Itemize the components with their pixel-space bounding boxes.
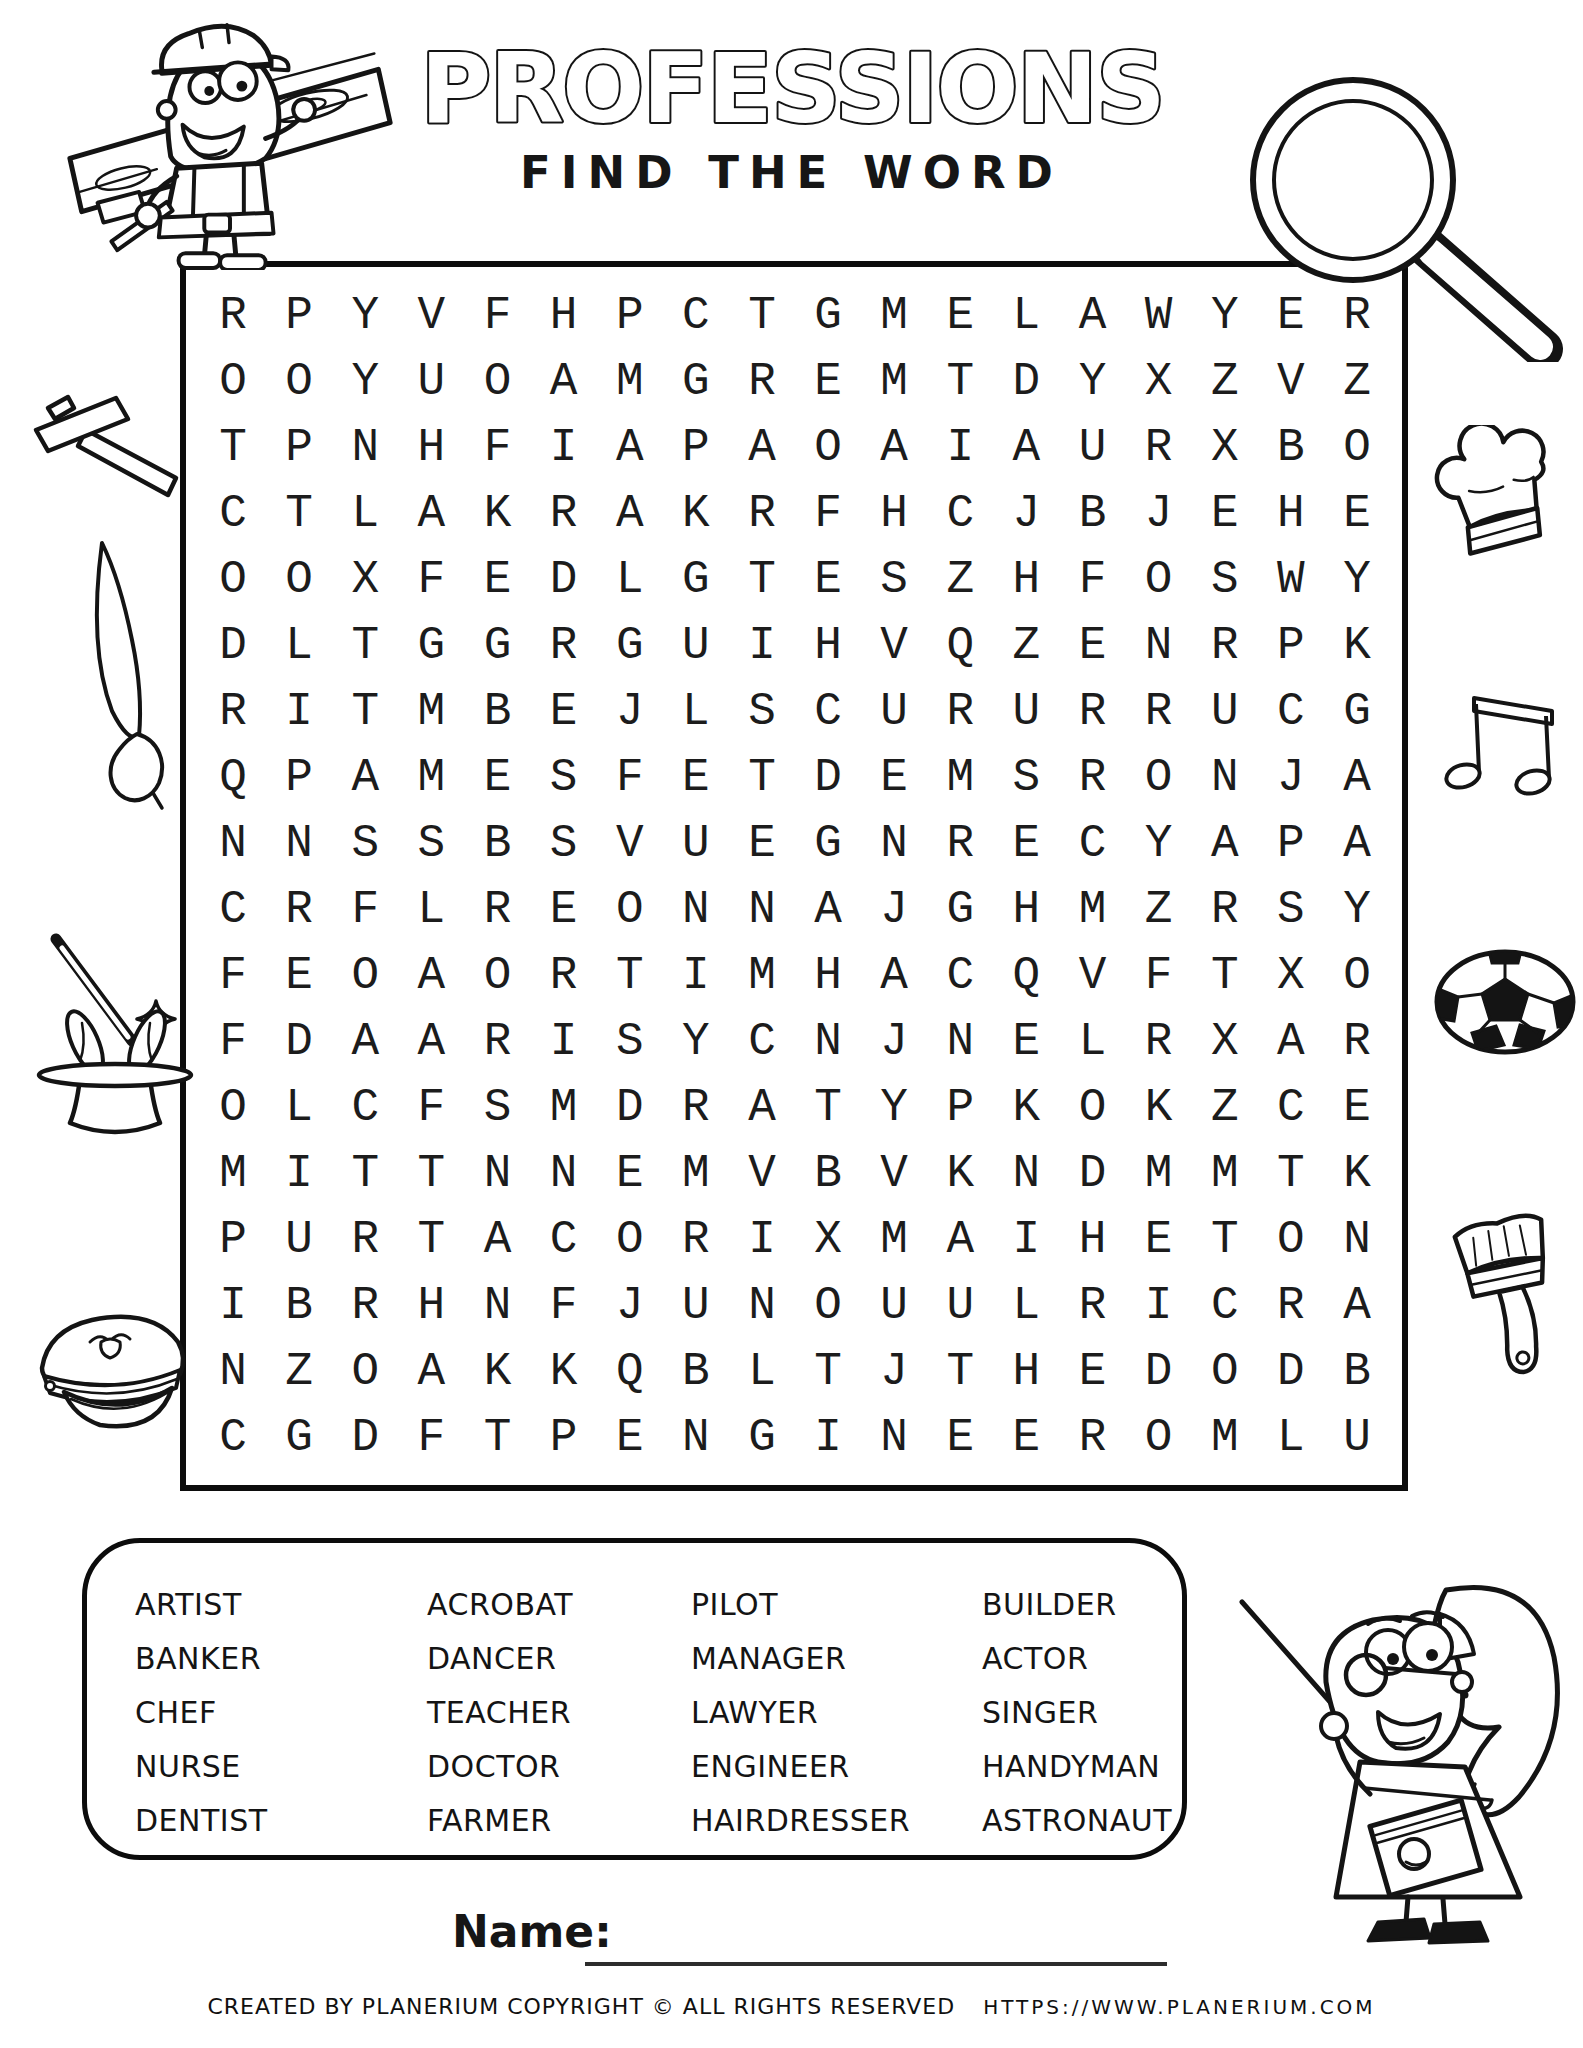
grid-cell-r11c10[interactable]: H <box>795 943 861 1009</box>
grid-cell-r5c18[interactable]: Y <box>1324 547 1390 613</box>
grid-cell-r13c9[interactable]: A <box>729 1075 795 1141</box>
grid-cell-r10c3[interactable]: F <box>332 877 398 943</box>
grid-cell-r18c2[interactable]: G <box>266 1405 332 1471</box>
grid-cell-r15c14[interactable]: H <box>1059 1207 1125 1273</box>
grid-cell-r2c8[interactable]: G <box>663 349 729 415</box>
grid-cell-r2c4[interactable]: U <box>398 349 464 415</box>
grid-cell-r12c10[interactable]: N <box>795 1009 861 1075</box>
grid-cell-r16c18[interactable]: A <box>1324 1273 1390 1339</box>
grid-cell-r12c12[interactable]: N <box>927 1009 993 1075</box>
grid-cell-r18c7[interactable]: E <box>597 1405 663 1471</box>
name-input-line[interactable] <box>585 1962 1167 1966</box>
grid-cell-r9c11[interactable]: N <box>861 811 927 877</box>
grid-cell-r14c14[interactable]: D <box>1059 1141 1125 1207</box>
word-list-item[interactable]: FARMER <box>427 1793 691 1847</box>
grid-cell-r13c16[interactable]: Z <box>1192 1075 1258 1141</box>
grid-cell-r11c15[interactable]: F <box>1126 943 1192 1009</box>
grid-cell-r14c4[interactable]: T <box>398 1141 464 1207</box>
grid-cell-r9c6[interactable]: S <box>531 811 597 877</box>
grid-cell-r11c4[interactable]: A <box>398 943 464 1009</box>
grid-cell-r10c8[interactable]: N <box>663 877 729 943</box>
grid-cell-r11c2[interactable]: E <box>266 943 332 1009</box>
grid-cell-r5c14[interactable]: F <box>1059 547 1125 613</box>
grid-cell-r18c1[interactable]: C <box>200 1405 266 1471</box>
grid-cell-r1c3[interactable]: Y <box>332 283 398 349</box>
grid-cell-r12c7[interactable]: S <box>597 1009 663 1075</box>
grid-cell-r2c13[interactable]: D <box>993 349 1059 415</box>
grid-cell-r10c16[interactable]: R <box>1192 877 1258 943</box>
grid-cell-r8c15[interactable]: O <box>1126 745 1192 811</box>
grid-cell-r16c2[interactable]: B <box>266 1273 332 1339</box>
grid-cell-r5c3[interactable]: X <box>332 547 398 613</box>
grid-cell-r17c17[interactable]: D <box>1258 1339 1324 1405</box>
grid-cell-r8c17[interactable]: J <box>1258 745 1324 811</box>
word-list-item[interactable]: LAWYER <box>691 1685 982 1739</box>
grid-cell-r14c3[interactable]: T <box>332 1141 398 1207</box>
grid-cell-r11c6[interactable]: R <box>531 943 597 1009</box>
grid-cell-r16c4[interactable]: H <box>398 1273 464 1339</box>
grid-cell-r11c14[interactable]: V <box>1059 943 1125 1009</box>
grid-cell-r5c16[interactable]: S <box>1192 547 1258 613</box>
grid-cell-r4c5[interactable]: K <box>464 481 530 547</box>
grid-cell-r4c12[interactable]: C <box>927 481 993 547</box>
grid-cell-r9c2[interactable]: N <box>266 811 332 877</box>
grid-cell-r13c8[interactable]: R <box>663 1075 729 1141</box>
grid-cell-r9c1[interactable]: N <box>200 811 266 877</box>
grid-cell-r10c17[interactable]: S <box>1258 877 1324 943</box>
grid-cell-r16c7[interactable]: J <box>597 1273 663 1339</box>
grid-cell-r17c4[interactable]: A <box>398 1339 464 1405</box>
grid-cell-r2c11[interactable]: M <box>861 349 927 415</box>
grid-cell-r12c8[interactable]: Y <box>663 1009 729 1075</box>
grid-cell-r14c1[interactable]: M <box>200 1141 266 1207</box>
grid-cell-r9c3[interactable]: S <box>332 811 398 877</box>
grid-cell-r10c18[interactable]: Y <box>1324 877 1390 943</box>
grid-cell-r10c13[interactable]: H <box>993 877 1059 943</box>
grid-cell-r5c15[interactable]: O <box>1126 547 1192 613</box>
grid-cell-r9c8[interactable]: U <box>663 811 729 877</box>
grid-cell-r2c6[interactable]: A <box>531 349 597 415</box>
grid-cell-r17c13[interactable]: H <box>993 1339 1059 1405</box>
grid-cell-r4c3[interactable]: L <box>332 481 398 547</box>
grid-cell-r1c11[interactable]: M <box>861 283 927 349</box>
grid-cell-r1c7[interactable]: P <box>597 283 663 349</box>
grid-cell-r8c2[interactable]: P <box>266 745 332 811</box>
word-list-item[interactable]: BUILDER <box>982 1577 1182 1631</box>
grid-cell-r6c3[interactable]: T <box>332 613 398 679</box>
grid-cell-r11c3[interactable]: O <box>332 943 398 1009</box>
word-list-item[interactable]: HANDYMAN <box>982 1739 1182 1793</box>
grid-cell-r6c1[interactable]: D <box>200 613 266 679</box>
grid-cell-r7c6[interactable]: E <box>531 679 597 745</box>
grid-cell-r14c17[interactable]: T <box>1258 1141 1324 1207</box>
word-list-item[interactable]: SINGER <box>982 1685 1182 1739</box>
grid-cell-r2c1[interactable]: O <box>200 349 266 415</box>
grid-cell-r15c15[interactable]: E <box>1126 1207 1192 1273</box>
grid-cell-r4c7[interactable]: A <box>597 481 663 547</box>
grid-cell-r17c5[interactable]: K <box>464 1339 530 1405</box>
grid-cell-r6c2[interactable]: L <box>266 613 332 679</box>
grid-cell-r2c15[interactable]: X <box>1126 349 1192 415</box>
grid-cell-r15c12[interactable]: A <box>927 1207 993 1273</box>
grid-cell-r18c16[interactable]: M <box>1192 1405 1258 1471</box>
grid-cell-r12c1[interactable]: F <box>200 1009 266 1075</box>
grid-cell-r2c9[interactable]: R <box>729 349 795 415</box>
grid-cell-r7c4[interactable]: M <box>398 679 464 745</box>
grid-cell-r7c9[interactable]: S <box>729 679 795 745</box>
grid-cell-r17c1[interactable]: N <box>200 1339 266 1405</box>
grid-cell-r17c16[interactable]: O <box>1192 1339 1258 1405</box>
grid-cell-r3c15[interactable]: R <box>1126 415 1192 481</box>
word-list-item[interactable]: NURSE <box>135 1739 427 1793</box>
grid-cell-r3c11[interactable]: A <box>861 415 927 481</box>
grid-cell-r12c15[interactable]: R <box>1126 1009 1192 1075</box>
grid-cell-r7c3[interactable]: T <box>332 679 398 745</box>
grid-cell-r12c4[interactable]: A <box>398 1009 464 1075</box>
grid-cell-r15c8[interactable]: R <box>663 1207 729 1273</box>
grid-cell-r1c2[interactable]: P <box>266 283 332 349</box>
footer-url[interactable]: HTTPS://WWW.PLANERIUM.COM <box>983 1995 1375 2019</box>
word-list-item[interactable]: MANAGER <box>691 1631 982 1685</box>
grid-cell-r14c5[interactable]: N <box>464 1141 530 1207</box>
grid-cell-r7c8[interactable]: L <box>663 679 729 745</box>
grid-cell-r10c10[interactable]: A <box>795 877 861 943</box>
word-list-item[interactable]: ACROBAT <box>427 1577 691 1631</box>
grid-cell-r3c7[interactable]: A <box>597 415 663 481</box>
grid-cell-r10c4[interactable]: L <box>398 877 464 943</box>
word-list-item[interactable]: DOCTOR <box>427 1739 691 1793</box>
grid-cell-r4c18[interactable]: E <box>1324 481 1390 547</box>
grid-cell-r12c11[interactable]: J <box>861 1009 927 1075</box>
grid-cell-r9c12[interactable]: R <box>927 811 993 877</box>
grid-cell-r3c14[interactable]: U <box>1059 415 1125 481</box>
grid-cell-r7c16[interactable]: U <box>1192 679 1258 745</box>
grid-cell-r18c14[interactable]: R <box>1059 1405 1125 1471</box>
grid-cell-r7c18[interactable]: G <box>1324 679 1390 745</box>
grid-cell-r13c15[interactable]: K <box>1126 1075 1192 1141</box>
grid-cell-r18c3[interactable]: D <box>332 1405 398 1471</box>
grid-cell-r8c9[interactable]: T <box>729 745 795 811</box>
grid-cell-r6c16[interactable]: R <box>1192 613 1258 679</box>
grid-cell-r9c17[interactable]: P <box>1258 811 1324 877</box>
grid-cell-r15c3[interactable]: R <box>332 1207 398 1273</box>
grid-cell-r15c5[interactable]: A <box>464 1207 530 1273</box>
grid-cell-r13c4[interactable]: F <box>398 1075 464 1141</box>
grid-cell-r4c11[interactable]: H <box>861 481 927 547</box>
word-list-item[interactable]: ARTIST <box>135 1577 427 1631</box>
grid-cell-r16c17[interactable]: R <box>1258 1273 1324 1339</box>
grid-cell-r9c5[interactable]: B <box>464 811 530 877</box>
grid-cell-r11c11[interactable]: A <box>861 943 927 1009</box>
grid-cell-r7c17[interactable]: C <box>1258 679 1324 745</box>
grid-cell-r13c18[interactable]: E <box>1324 1075 1390 1141</box>
grid-cell-r12c14[interactable]: L <box>1059 1009 1125 1075</box>
grid-cell-r6c7[interactable]: G <box>597 613 663 679</box>
grid-cell-r4c4[interactable]: A <box>398 481 464 547</box>
grid-cell-r12c18[interactable]: R <box>1324 1009 1390 1075</box>
grid-cell-r8c8[interactable]: E <box>663 745 729 811</box>
grid-cell-r3c12[interactable]: I <box>927 415 993 481</box>
grid-cell-r8c3[interactable]: A <box>332 745 398 811</box>
grid-cell-r11c8[interactable]: I <box>663 943 729 1009</box>
grid-cell-r8c11[interactable]: E <box>861 745 927 811</box>
grid-cell-r6c17[interactable]: P <box>1258 613 1324 679</box>
word-list-item[interactable]: ASTRONAUT <box>982 1793 1182 1847</box>
grid-cell-r5c6[interactable]: D <box>531 547 597 613</box>
grid-cell-r6c15[interactable]: N <box>1126 613 1192 679</box>
grid-cell-r11c5[interactable]: O <box>464 943 530 1009</box>
grid-cell-r15c10[interactable]: X <box>795 1207 861 1273</box>
grid-cell-r5c9[interactable]: T <box>729 547 795 613</box>
word-list-item[interactable]: HAIRDRESSER <box>691 1793 982 1847</box>
grid-cell-r5c8[interactable]: G <box>663 547 729 613</box>
grid-cell-r3c18[interactable]: O <box>1324 415 1390 481</box>
grid-cell-r16c8[interactable]: U <box>663 1273 729 1339</box>
grid-cell-r3c3[interactable]: N <box>332 415 398 481</box>
grid-cell-r15c1[interactable]: P <box>200 1207 266 1273</box>
grid-cell-r14c8[interactable]: M <box>663 1141 729 1207</box>
grid-cell-r17c12[interactable]: T <box>927 1339 993 1405</box>
grid-cell-r7c2[interactable]: I <box>266 679 332 745</box>
word-list-item[interactable]: PILOT <box>691 1577 982 1631</box>
grid-cell-r11c7[interactable]: T <box>597 943 663 1009</box>
grid-cell-r2c5[interactable]: O <box>464 349 530 415</box>
grid-cell-r9c15[interactable]: Y <box>1126 811 1192 877</box>
word-list-item[interactable]: TEACHER <box>427 1685 691 1739</box>
grid-cell-r9c10[interactable]: G <box>795 811 861 877</box>
grid-cell-r7c13[interactable]: U <box>993 679 1059 745</box>
grid-cell-r1c8[interactable]: C <box>663 283 729 349</box>
word-list-item[interactable]: ACTOR <box>982 1631 1182 1685</box>
grid-cell-r10c5[interactable]: R <box>464 877 530 943</box>
grid-cell-r5c17[interactable]: W <box>1258 547 1324 613</box>
grid-cell-r8c13[interactable]: S <box>993 745 1059 811</box>
grid-cell-r7c1[interactable]: R <box>200 679 266 745</box>
grid-cell-r13c12[interactable]: P <box>927 1075 993 1141</box>
grid-cell-r11c16[interactable]: T <box>1192 943 1258 1009</box>
grid-cell-r17c15[interactable]: D <box>1126 1339 1192 1405</box>
grid-cell-r3c5[interactable]: F <box>464 415 530 481</box>
grid-cell-r10c14[interactable]: M <box>1059 877 1125 943</box>
grid-cell-r4c14[interactable]: B <box>1059 481 1125 547</box>
grid-cell-r15c9[interactable]: I <box>729 1207 795 1273</box>
grid-cell-r12c3[interactable]: A <box>332 1009 398 1075</box>
grid-cell-r16c11[interactable]: U <box>861 1273 927 1339</box>
grid-cell-r5c2[interactable]: O <box>266 547 332 613</box>
grid-cell-r6c14[interactable]: E <box>1059 613 1125 679</box>
grid-cell-r16c9[interactable]: N <box>729 1273 795 1339</box>
grid-cell-r14c11[interactable]: V <box>861 1141 927 1207</box>
grid-cell-r13c1[interactable]: O <box>200 1075 266 1141</box>
word-list-item[interactable]: BANKER <box>135 1631 427 1685</box>
grid-cell-r1c5[interactable]: F <box>464 283 530 349</box>
grid-cell-r16c15[interactable]: I <box>1126 1273 1192 1339</box>
grid-cell-r10c11[interactable]: J <box>861 877 927 943</box>
grid-cell-r1c12[interactable]: E <box>927 283 993 349</box>
grid-cell-r13c3[interactable]: C <box>332 1075 398 1141</box>
grid-cell-r1c13[interactable]: L <box>993 283 1059 349</box>
grid-cell-r4c10[interactable]: F <box>795 481 861 547</box>
grid-cell-r16c3[interactable]: R <box>332 1273 398 1339</box>
grid-cell-r3c6[interactable]: I <box>531 415 597 481</box>
grid-cell-r16c16[interactable]: C <box>1192 1273 1258 1339</box>
grid-cell-r14c16[interactable]: M <box>1192 1141 1258 1207</box>
grid-cell-r4c9[interactable]: R <box>729 481 795 547</box>
grid-cell-r5c13[interactable]: H <box>993 547 1059 613</box>
grid-cell-r12c5[interactable]: R <box>464 1009 530 1075</box>
grid-cell-r9c16[interactable]: A <box>1192 811 1258 877</box>
grid-cell-r11c13[interactable]: Q <box>993 943 1059 1009</box>
grid-cell-r2c10[interactable]: E <box>795 349 861 415</box>
grid-cell-r9c13[interactable]: E <box>993 811 1059 877</box>
grid-cell-r3c4[interactable]: H <box>398 415 464 481</box>
grid-cell-r14c18[interactable]: K <box>1324 1141 1390 1207</box>
grid-cell-r17c2[interactable]: Z <box>266 1339 332 1405</box>
grid-cell-r13c10[interactable]: T <box>795 1075 861 1141</box>
grid-cell-r6c12[interactable]: Q <box>927 613 993 679</box>
grid-cell-r10c7[interactable]: O <box>597 877 663 943</box>
grid-cell-r9c18[interactable]: A <box>1324 811 1390 877</box>
grid-cell-r9c9[interactable]: E <box>729 811 795 877</box>
grid-cell-r16c14[interactable]: R <box>1059 1273 1125 1339</box>
grid-cell-r6c4[interactable]: G <box>398 613 464 679</box>
grid-cell-r12c6[interactable]: I <box>531 1009 597 1075</box>
grid-cell-r13c11[interactable]: Y <box>861 1075 927 1141</box>
grid-cell-r9c4[interactable]: S <box>398 811 464 877</box>
grid-cell-r14c6[interactable]: N <box>531 1141 597 1207</box>
grid-cell-r17c3[interactable]: O <box>332 1339 398 1405</box>
grid-cell-r7c5[interactable]: B <box>464 679 530 745</box>
grid-cell-r8c1[interactable]: Q <box>200 745 266 811</box>
grid-cell-r12c9[interactable]: C <box>729 1009 795 1075</box>
grid-cell-r15c18[interactable]: N <box>1324 1207 1390 1273</box>
grid-cell-r14c13[interactable]: N <box>993 1141 1059 1207</box>
grid-cell-r15c7[interactable]: O <box>597 1207 663 1273</box>
grid-cell-r10c9[interactable]: N <box>729 877 795 943</box>
grid-cell-r3c2[interactable]: P <box>266 415 332 481</box>
grid-cell-r8c5[interactable]: E <box>464 745 530 811</box>
grid-cell-r8c16[interactable]: N <box>1192 745 1258 811</box>
grid-cell-r9c7[interactable]: V <box>597 811 663 877</box>
grid-cell-r7c11[interactable]: U <box>861 679 927 745</box>
grid-cell-r2c14[interactable]: Y <box>1059 349 1125 415</box>
grid-cell-r2c12[interactable]: T <box>927 349 993 415</box>
grid-cell-r3c10[interactable]: O <box>795 415 861 481</box>
grid-cell-r6c13[interactable]: Z <box>993 613 1059 679</box>
grid-cell-r5c10[interactable]: E <box>795 547 861 613</box>
grid-cell-r18c11[interactable]: N <box>861 1405 927 1471</box>
grid-cell-r16c12[interactable]: U <box>927 1273 993 1339</box>
grid-cell-r6c5[interactable]: G <box>464 613 530 679</box>
grid-cell-r1c15[interactable]: W <box>1126 283 1192 349</box>
grid-cell-r18c9[interactable]: G <box>729 1405 795 1471</box>
grid-cell-r7c15[interactable]: R <box>1126 679 1192 745</box>
grid-cell-r16c6[interactable]: F <box>531 1273 597 1339</box>
grid-cell-r18c8[interactable]: N <box>663 1405 729 1471</box>
grid-cell-r15c2[interactable]: U <box>266 1207 332 1273</box>
grid-cell-r3c8[interactable]: P <box>663 415 729 481</box>
grid-cell-r15c16[interactable]: T <box>1192 1207 1258 1273</box>
grid-cell-r8c14[interactable]: R <box>1059 745 1125 811</box>
grid-cell-r6c6[interactable]: R <box>531 613 597 679</box>
grid-cell-r4c8[interactable]: K <box>663 481 729 547</box>
grid-cell-r4c6[interactable]: R <box>531 481 597 547</box>
grid-cell-r8c4[interactable]: M <box>398 745 464 811</box>
grid-cell-r18c6[interactable]: P <box>531 1405 597 1471</box>
grid-cell-r11c9[interactable]: M <box>729 943 795 1009</box>
grid-cell-r6c9[interactable]: I <box>729 613 795 679</box>
grid-cell-r5c5[interactable]: E <box>464 547 530 613</box>
grid-cell-r13c2[interactable]: L <box>266 1075 332 1141</box>
grid-cell-r18c4[interactable]: F <box>398 1405 464 1471</box>
grid-cell-r7c7[interactable]: J <box>597 679 663 745</box>
grid-cell-r12c2[interactable]: D <box>266 1009 332 1075</box>
grid-cell-r8c12[interactable]: M <box>927 745 993 811</box>
grid-cell-r18c15[interactable]: O <box>1126 1405 1192 1471</box>
grid-cell-r11c12[interactable]: C <box>927 943 993 1009</box>
grid-cell-r1c4[interactable]: V <box>398 283 464 349</box>
grid-cell-r3c17[interactable]: B <box>1258 415 1324 481</box>
grid-cell-r4c2[interactable]: T <box>266 481 332 547</box>
word-list-item[interactable]: CHEF <box>135 1685 427 1739</box>
grid-cell-r10c2[interactable]: R <box>266 877 332 943</box>
grid-cell-r11c1[interactable]: F <box>200 943 266 1009</box>
grid-cell-r5c4[interactable]: F <box>398 547 464 613</box>
grid-cell-r1c14[interactable]: A <box>1059 283 1125 349</box>
grid-cell-r10c1[interactable]: C <box>200 877 266 943</box>
grid-cell-r2c2[interactable]: O <box>266 349 332 415</box>
grid-cell-r14c9[interactable]: V <box>729 1141 795 1207</box>
grid-cell-r15c4[interactable]: T <box>398 1207 464 1273</box>
grid-cell-r13c13[interactable]: K <box>993 1075 1059 1141</box>
grid-cell-r18c18[interactable]: U <box>1324 1405 1390 1471</box>
grid-cell-r3c13[interactable]: A <box>993 415 1059 481</box>
grid-cell-r8c10[interactable]: D <box>795 745 861 811</box>
grid-cell-r7c14[interactable]: R <box>1059 679 1125 745</box>
grid-cell-r12c17[interactable]: A <box>1258 1009 1324 1075</box>
grid-cell-r15c13[interactable]: I <box>993 1207 1059 1273</box>
grid-cell-r14c7[interactable]: E <box>597 1141 663 1207</box>
grid-cell-r6c10[interactable]: H <box>795 613 861 679</box>
grid-cell-r12c13[interactable]: E <box>993 1009 1059 1075</box>
grid-cell-r17c18[interactable]: B <box>1324 1339 1390 1405</box>
word-list-item[interactable]: ENGINEER <box>691 1739 982 1793</box>
grid-cell-r18c10[interactable]: I <box>795 1405 861 1471</box>
grid-cell-r17c14[interactable]: E <box>1059 1339 1125 1405</box>
grid-cell-r17c11[interactable]: J <box>861 1339 927 1405</box>
grid-cell-r1c1[interactable]: R <box>200 283 266 349</box>
grid-cell-r17c10[interactable]: T <box>795 1339 861 1405</box>
grid-cell-r1c6[interactable]: H <box>531 283 597 349</box>
grid-cell-r10c12[interactable]: G <box>927 877 993 943</box>
grid-cell-r8c7[interactable]: F <box>597 745 663 811</box>
grid-cell-r3c9[interactable]: A <box>729 415 795 481</box>
word-list-item[interactable]: DANCER <box>427 1631 691 1685</box>
grid-cell-r11c18[interactable]: O <box>1324 943 1390 1009</box>
grid-cell-r7c12[interactable]: R <box>927 679 993 745</box>
grid-cell-r8c6[interactable]: S <box>531 745 597 811</box>
grid-cell-r2c7[interactable]: M <box>597 349 663 415</box>
grid-cell-r7c10[interactable]: C <box>795 679 861 745</box>
grid-cell-r4c16[interactable]: E <box>1192 481 1258 547</box>
grid-cell-r5c7[interactable]: L <box>597 547 663 613</box>
grid-cell-r10c15[interactable]: Z <box>1126 877 1192 943</box>
grid-cell-r15c17[interactable]: O <box>1258 1207 1324 1273</box>
grid-cell-r5c11[interactable]: S <box>861 547 927 613</box>
grid-cell-r16c1[interactable]: I <box>200 1273 266 1339</box>
grid-cell-r10c6[interactable]: E <box>531 877 597 943</box>
grid-cell-r4c17[interactable]: H <box>1258 481 1324 547</box>
